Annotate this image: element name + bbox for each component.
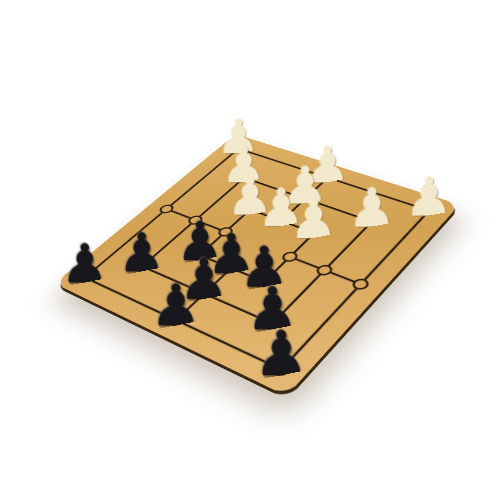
game-mat: ♟♟♟♟♟♟♟♟♟♟♟♟♟♟♟♟♟♟ — [54, 134, 459, 396]
point-a1[interactable]: ♟ — [56, 259, 113, 297]
product-photo: ♟♟♟♟♟♟♟♟♟♟♟♟♟♟♟♟♟♟ — [0, 0, 500, 500]
white-pawn[interactable]: ♟ — [340, 182, 404, 236]
point-g4[interactable] — [330, 264, 392, 305]
point-g1[interactable]: ♟ — [248, 346, 314, 394]
point-d1[interactable]: ♟ — [145, 299, 207, 341]
black-pawn[interactable]: ♟ — [53, 237, 117, 291]
board-grid: ♟♟♟♟♟♟♟♟♟♟♟♟♟♟♟♟♟♟ — [56, 135, 458, 394]
point-g7[interactable]: ♟ — [400, 194, 457, 229]
black-pawn[interactable]: ♟ — [244, 323, 318, 386]
black-pawn[interactable]: ♟ — [142, 277, 211, 335]
white-pawn[interactable]: ♟ — [397, 171, 461, 225]
